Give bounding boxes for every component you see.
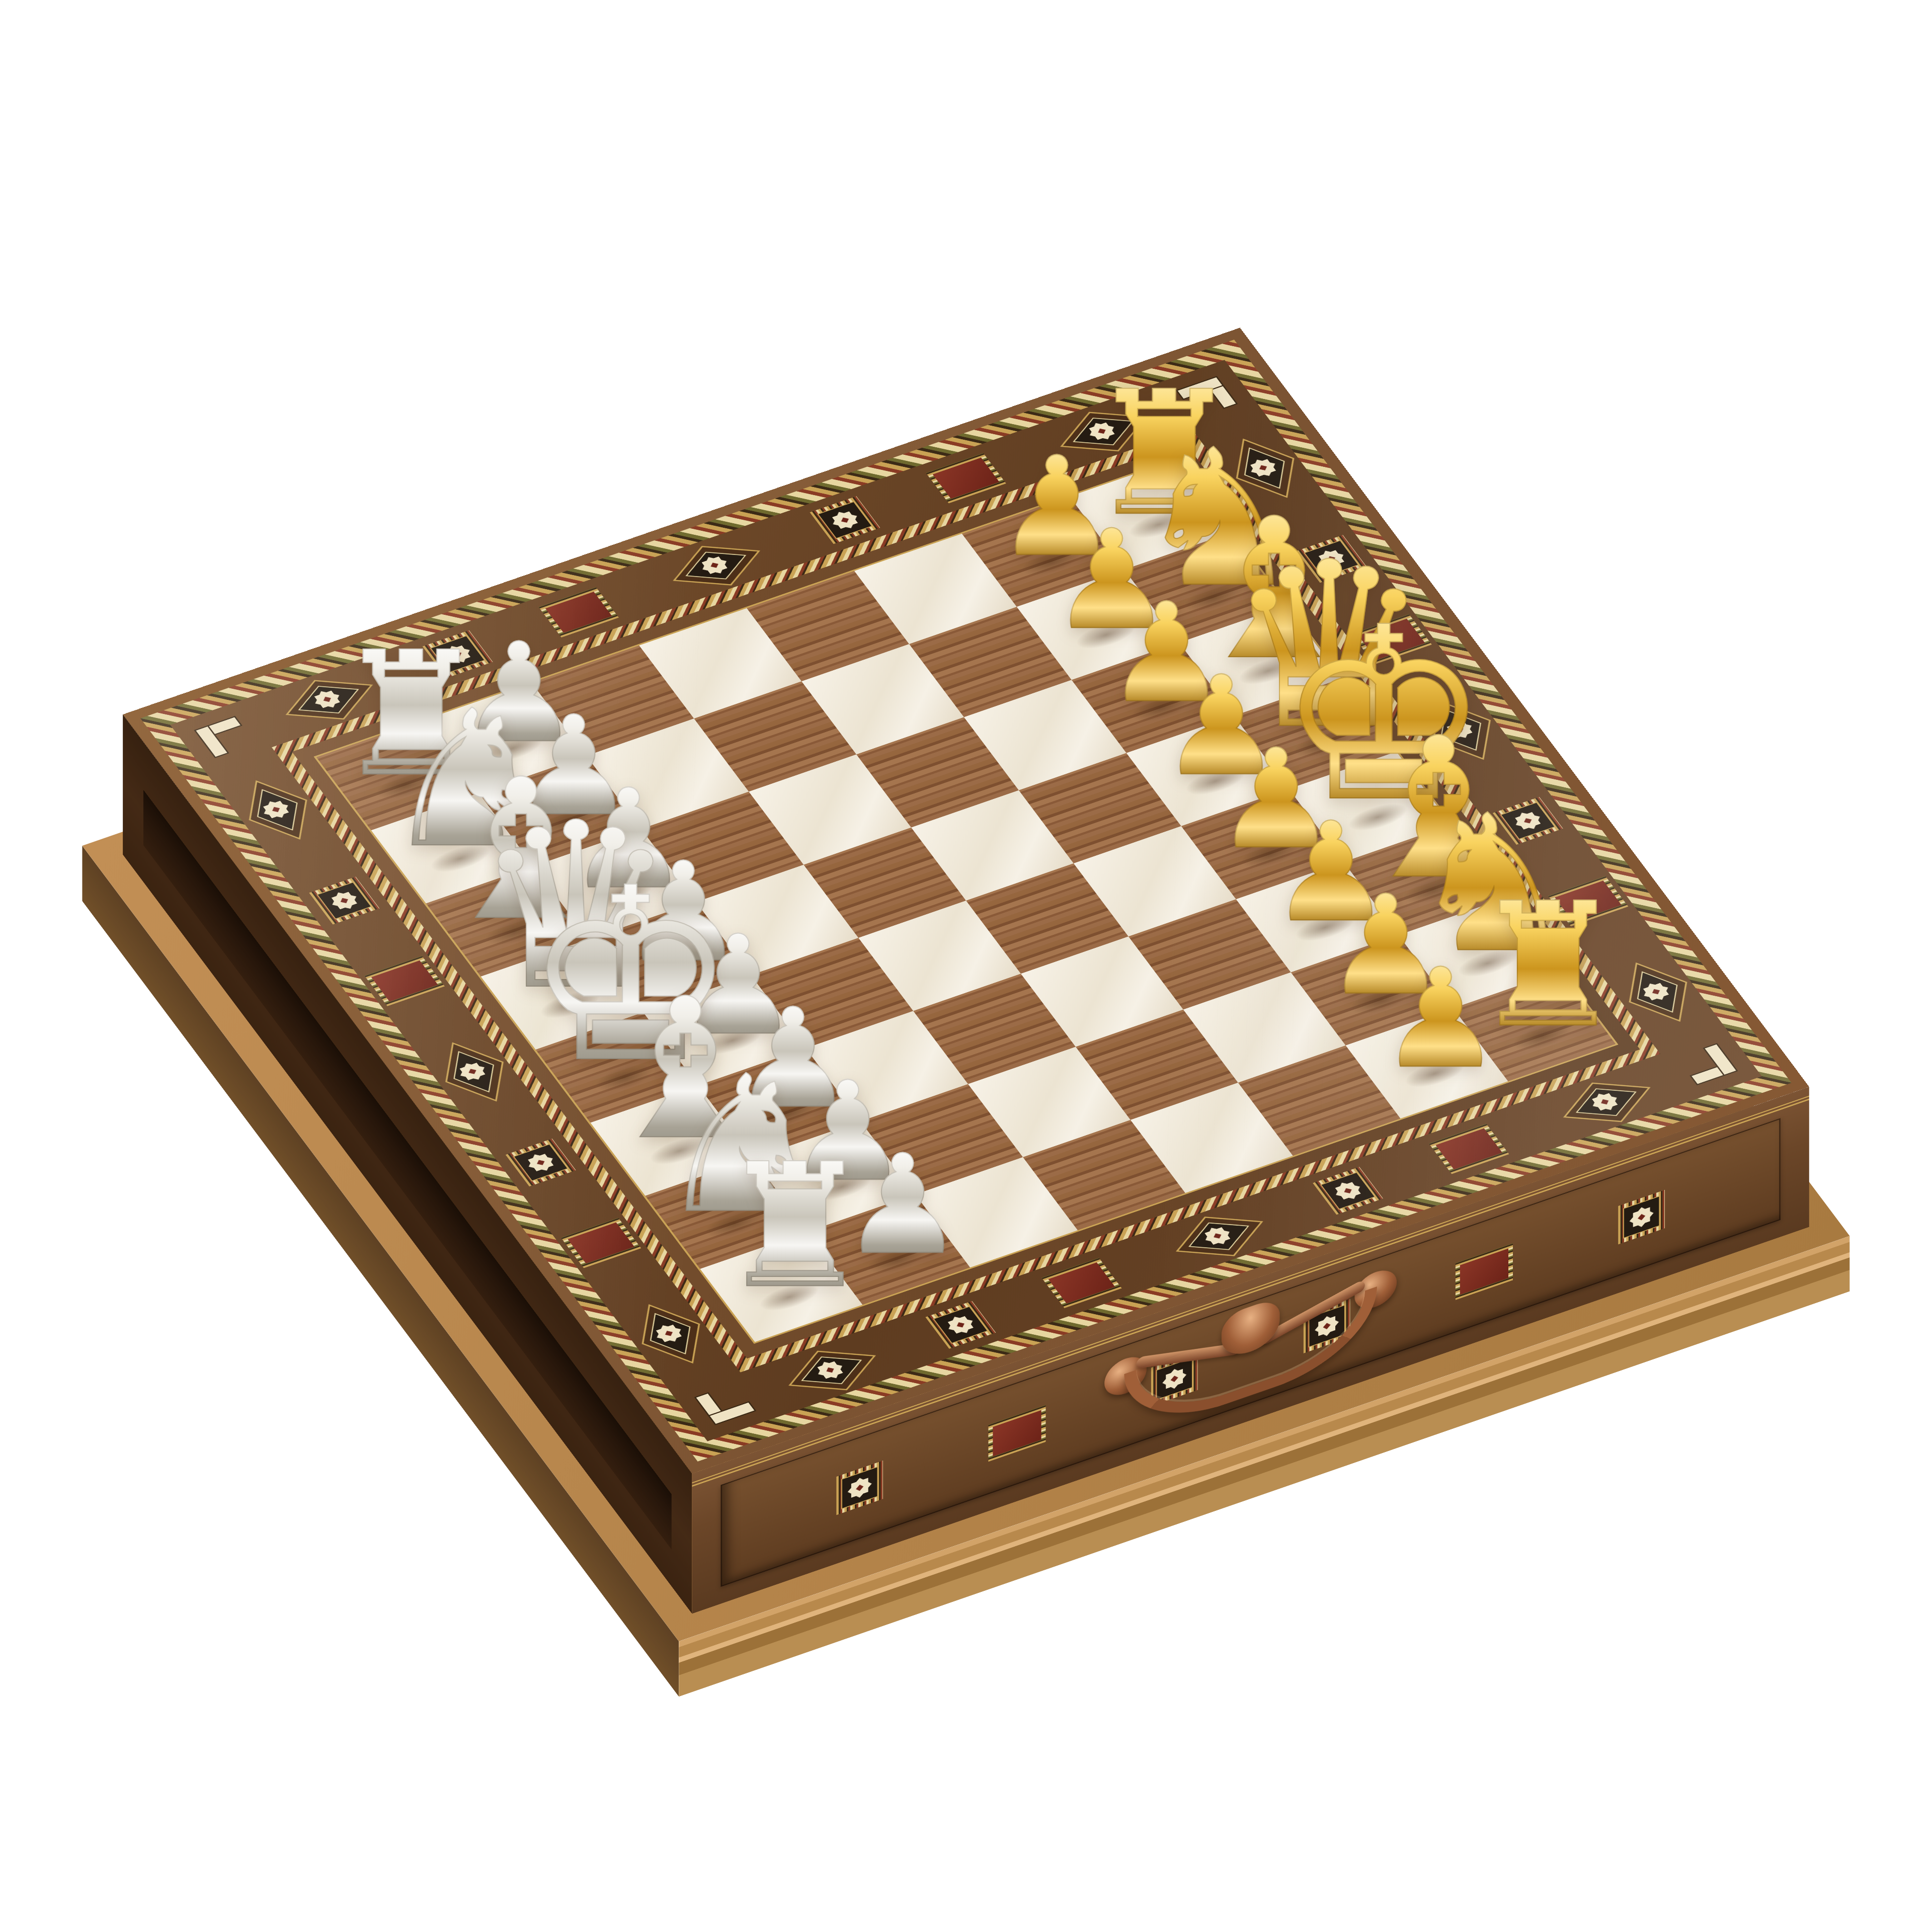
eight-point-star-icon xyxy=(1592,1093,1618,1111)
star-square-field xyxy=(1320,1172,1376,1210)
corner-L-inlay xyxy=(673,1373,775,1441)
inlay-star-square xyxy=(1313,1167,1383,1215)
inlay-star-square xyxy=(925,1301,996,1349)
chess-box: ♜♟♟♜♞♟♟♞♝♟♟♝♛♟♟♛♚♟♟♚♝♟♟♝♞♟♟♞♜♟♟♜ xyxy=(123,328,1809,1473)
eight-point-star-icon xyxy=(817,1361,843,1379)
diamond-field-icon xyxy=(1188,1223,1249,1250)
inlay-star-square xyxy=(423,630,493,678)
red-square-field xyxy=(545,592,612,633)
red-square-field xyxy=(1358,619,1425,660)
eight-point-star-icon xyxy=(656,1325,682,1342)
piece-gold-pawn[interactable]: ♟ xyxy=(1290,956,1591,1082)
diamond-outline-icon xyxy=(788,1351,876,1391)
diamond-outline-icon xyxy=(1176,1217,1263,1256)
inlay-star-square xyxy=(1619,1190,1665,1244)
inlay-red-square xyxy=(538,587,618,637)
inlay-diamond-star xyxy=(625,1299,713,1368)
inlay-star-square xyxy=(1296,535,1366,583)
inlay-diamond-star xyxy=(779,1340,880,1400)
inlay-red-square xyxy=(926,453,1006,503)
red-square-field xyxy=(933,458,1000,499)
eight-point-star-icon xyxy=(948,1316,974,1334)
inlay-red-square xyxy=(1429,1123,1509,1174)
red-square-field xyxy=(1460,1248,1508,1295)
diamond-field-icon xyxy=(650,1313,691,1354)
inlay-star-square xyxy=(836,1461,883,1515)
star-square-field xyxy=(933,1306,988,1344)
inlay-star-square xyxy=(810,496,880,544)
red-square-field xyxy=(1435,1129,1502,1170)
inlay-red-square xyxy=(988,1405,1045,1462)
diamond-field-icon xyxy=(1576,1088,1637,1116)
red-square-field xyxy=(993,1410,1041,1457)
scene: ♜♟♟♜♞♟♟♞♝♟♟♝♛♟♟♛♚♟♟♚♝♟♟♝♞♟♟♞♜♟♟♜ xyxy=(0,0,1932,1932)
eight-point-star-icon xyxy=(1204,1227,1230,1245)
rook-glyph: ♜ xyxy=(644,1148,946,1305)
red-square-field xyxy=(1049,1262,1115,1304)
diamond-outline-icon xyxy=(642,1304,700,1363)
inlay-star-square xyxy=(309,876,379,924)
piece-silver-rook[interactable]: ♜ xyxy=(644,1148,946,1305)
eight-point-star-icon xyxy=(1335,1182,1361,1199)
inlay-diamond-star xyxy=(1167,1206,1268,1266)
diamond-field-icon xyxy=(801,1356,862,1384)
diamond-outline-icon xyxy=(1563,1083,1651,1122)
pawn-glyph: ♟ xyxy=(1290,956,1591,1082)
inlay-red-square xyxy=(1351,614,1431,665)
inlay-red-square xyxy=(1456,1243,1513,1300)
